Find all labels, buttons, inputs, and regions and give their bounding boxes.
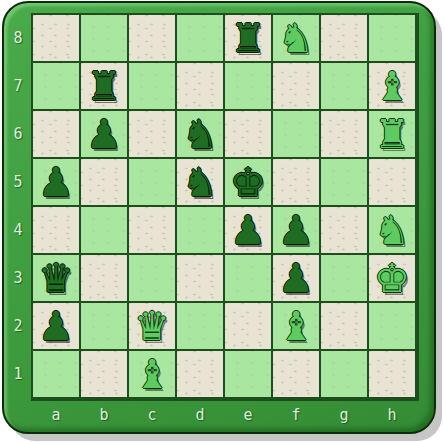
square-h7[interactable]: ♝ <box>369 63 415 109</box>
square-a3[interactable]: ♛ <box>33 255 79 301</box>
rank-label-4: 4 <box>6 207 30 253</box>
piece-white-bishop[interactable]: ♝ <box>134 351 170 397</box>
square-c1[interactable]: ♝ <box>129 351 175 397</box>
square-g3[interactable] <box>321 255 367 301</box>
piece-white-bishop[interactable]: ♝ <box>374 63 410 109</box>
square-a5[interactable]: ♟ <box>33 159 79 205</box>
rank-label-1: 1 <box>6 351 30 397</box>
square-d5[interactable]: ♞ <box>177 159 223 205</box>
square-h6[interactable]: ♜ <box>369 111 415 157</box>
square-h5[interactable] <box>369 159 415 205</box>
square-a1[interactable] <box>33 351 79 397</box>
file-label-b: b <box>81 402 127 430</box>
square-g4[interactable] <box>321 207 367 253</box>
piece-white-knight[interactable]: ♞ <box>374 207 410 253</box>
file-label-d: d <box>177 402 223 430</box>
piece-black-knight[interactable]: ♞ <box>182 159 218 205</box>
square-f3[interactable]: ♟ <box>273 255 319 301</box>
square-f1[interactable] <box>273 351 319 397</box>
square-e8[interactable]: ♜ <box>225 15 271 61</box>
square-e5[interactable]: ♚ <box>225 159 271 205</box>
square-a2[interactable]: ♟ <box>33 303 79 349</box>
square-h1[interactable] <box>369 351 415 397</box>
piece-black-pawn[interactable]: ♟ <box>278 255 314 301</box>
piece-black-pawn[interactable]: ♟ <box>230 207 266 253</box>
square-b3[interactable] <box>81 255 127 301</box>
file-label-g: g <box>321 402 367 430</box>
square-h8[interactable] <box>369 15 415 61</box>
square-f8[interactable]: ♞ <box>273 15 319 61</box>
file-label-e: e <box>225 402 271 430</box>
square-c3[interactable] <box>129 255 175 301</box>
square-h3[interactable]: ♚ <box>369 255 415 301</box>
square-b4[interactable] <box>81 207 127 253</box>
square-b1[interactable] <box>81 351 127 397</box>
file-label-h: h <box>369 402 415 430</box>
square-e4[interactable]: ♟ <box>225 207 271 253</box>
piece-white-bishop[interactable]: ♝ <box>278 303 314 349</box>
square-a8[interactable] <box>33 15 79 61</box>
square-e7[interactable] <box>225 63 271 109</box>
piece-black-pawn[interactable]: ♟ <box>278 207 314 253</box>
square-d4[interactable] <box>177 207 223 253</box>
piece-white-queen[interactable]: ♛ <box>134 303 170 349</box>
chess-app: 87654321 abcdefgh ♜♞♜♝♟♞♜♟♞♚♟♟♞♛♟♚♟♛♝♝ <box>0 0 444 442</box>
square-c7[interactable] <box>129 63 175 109</box>
piece-black-pawn[interactable]: ♟ <box>86 111 122 157</box>
square-c8[interactable] <box>129 15 175 61</box>
square-a6[interactable] <box>33 111 79 157</box>
rank-label-6: 6 <box>6 111 30 157</box>
piece-black-queen[interactable]: ♛ <box>38 255 74 301</box>
square-c4[interactable] <box>129 207 175 253</box>
square-b8[interactable] <box>81 15 127 61</box>
square-e1[interactable] <box>225 351 271 397</box>
rank-label-8: 8 <box>6 15 30 61</box>
piece-black-pawn[interactable]: ♟ <box>38 159 74 205</box>
rank-label-5: 5 <box>6 159 30 205</box>
piece-black-knight[interactable]: ♞ <box>182 111 218 157</box>
square-d1[interactable] <box>177 351 223 397</box>
square-a4[interactable] <box>33 207 79 253</box>
square-g5[interactable] <box>321 159 367 205</box>
square-c2[interactable]: ♛ <box>129 303 175 349</box>
square-g6[interactable] <box>321 111 367 157</box>
file-label-f: f <box>273 402 319 430</box>
square-f4[interactable]: ♟ <box>273 207 319 253</box>
square-f5[interactable] <box>273 159 319 205</box>
square-f6[interactable] <box>273 111 319 157</box>
square-e6[interactable] <box>225 111 271 157</box>
square-d8[interactable] <box>177 15 223 61</box>
piece-black-rook[interactable]: ♜ <box>86 63 122 109</box>
board: ♜♞♜♝♟♞♜♟♞♚♟♟♞♛♟♚♟♛♝♝ <box>31 13 419 401</box>
square-e3[interactable] <box>225 255 271 301</box>
file-label-c: c <box>129 402 175 430</box>
file-label-a: a <box>33 402 79 430</box>
square-h2[interactable] <box>369 303 415 349</box>
square-d7[interactable] <box>177 63 223 109</box>
piece-black-rook[interactable]: ♜ <box>230 15 266 61</box>
square-e2[interactable] <box>225 303 271 349</box>
square-b6[interactable]: ♟ <box>81 111 127 157</box>
square-d6[interactable]: ♞ <box>177 111 223 157</box>
piece-white-rook[interactable]: ♜ <box>374 111 410 157</box>
piece-black-king[interactable]: ♚ <box>230 159 266 205</box>
piece-white-knight[interactable]: ♞ <box>278 15 314 61</box>
rank-label-3: 3 <box>6 255 30 301</box>
square-f2[interactable]: ♝ <box>273 303 319 349</box>
square-g1[interactable] <box>321 351 367 397</box>
square-g7[interactable] <box>321 63 367 109</box>
piece-black-pawn[interactable]: ♟ <box>38 303 74 349</box>
square-g2[interactable] <box>321 303 367 349</box>
square-a7[interactable] <box>33 63 79 109</box>
rank-label-2: 2 <box>6 303 30 349</box>
square-g8[interactable] <box>321 15 367 61</box>
square-c6[interactable] <box>129 111 175 157</box>
rank-label-7: 7 <box>6 63 30 109</box>
square-b5[interactable] <box>81 159 127 205</box>
square-b2[interactable] <box>81 303 127 349</box>
square-h4[interactable]: ♞ <box>369 207 415 253</box>
square-b7[interactable]: ♜ <box>81 63 127 109</box>
piece-white-king[interactable]: ♚ <box>374 255 410 301</box>
square-d2[interactable] <box>177 303 223 349</box>
square-c5[interactable] <box>129 159 175 205</box>
square-d3[interactable] <box>177 255 223 301</box>
square-f7[interactable] <box>273 63 319 109</box>
